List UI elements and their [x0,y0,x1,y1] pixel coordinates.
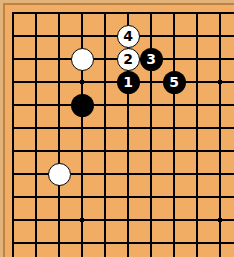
grid-line-horizontal [12,242,234,244]
stone-white [71,48,94,71]
star-point [218,218,222,222]
grid-line-horizontal [12,173,234,175]
stone-white [48,163,71,186]
grid-line-horizontal [12,150,234,152]
board-frame: 42315 [0,0,234,257]
board-frame-inner: 42315 [3,3,234,257]
grid-line-horizontal [12,12,234,14]
grid-line-horizontal [12,127,234,129]
stone-white-move-4: 4 [117,25,140,48]
star-point [218,80,222,84]
go-diagram: 42315 [0,0,234,257]
star-point [80,218,84,222]
stone-white-move-2: 2 [117,48,140,71]
stone-black [71,94,94,117]
star-point [80,80,84,84]
stone-black-move-3: 3 [140,48,163,71]
stone-black-move-5: 5 [163,71,186,94]
go-board: 42315 [5,5,234,257]
stone-black-move-1: 1 [117,71,140,94]
grid-line-horizontal [12,219,234,221]
grid-line-horizontal [12,104,234,106]
grid-line-horizontal [12,196,234,198]
